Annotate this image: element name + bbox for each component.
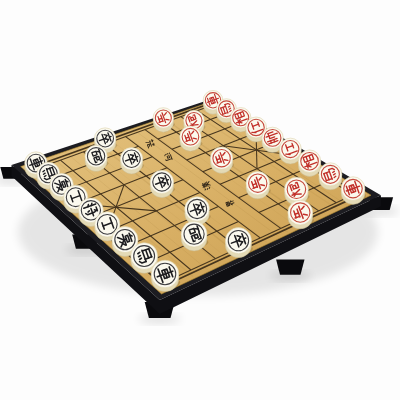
piece-black-cannon[interactable] [181,221,208,251]
piece-red-soldier[interactable] [288,200,314,229]
piece-red-elephant[interactable] [298,150,322,176]
piece-red-soldier[interactable] [246,171,271,198]
piece-black-soldier[interactable] [225,228,252,258]
piece-red-soldier[interactable] [210,147,234,173]
piece-red-soldier[interactable] [153,108,175,132]
piece-black-soldier[interactable] [150,170,175,197]
piece-black-soldier[interactable] [185,197,211,226]
piece-red-chariot[interactable] [341,177,366,205]
piece-red-soldier[interactable] [180,126,203,151]
piece-black-soldier[interactable] [120,148,144,174]
piece-black-chariot[interactable] [151,260,180,291]
xiangqi-set-photo [0,0,400,400]
xiangqi-board [0,0,400,400]
piece-red-horse[interactable] [319,163,343,190]
piece-black-cannon[interactable] [85,145,108,171]
board-foot [276,260,304,275]
